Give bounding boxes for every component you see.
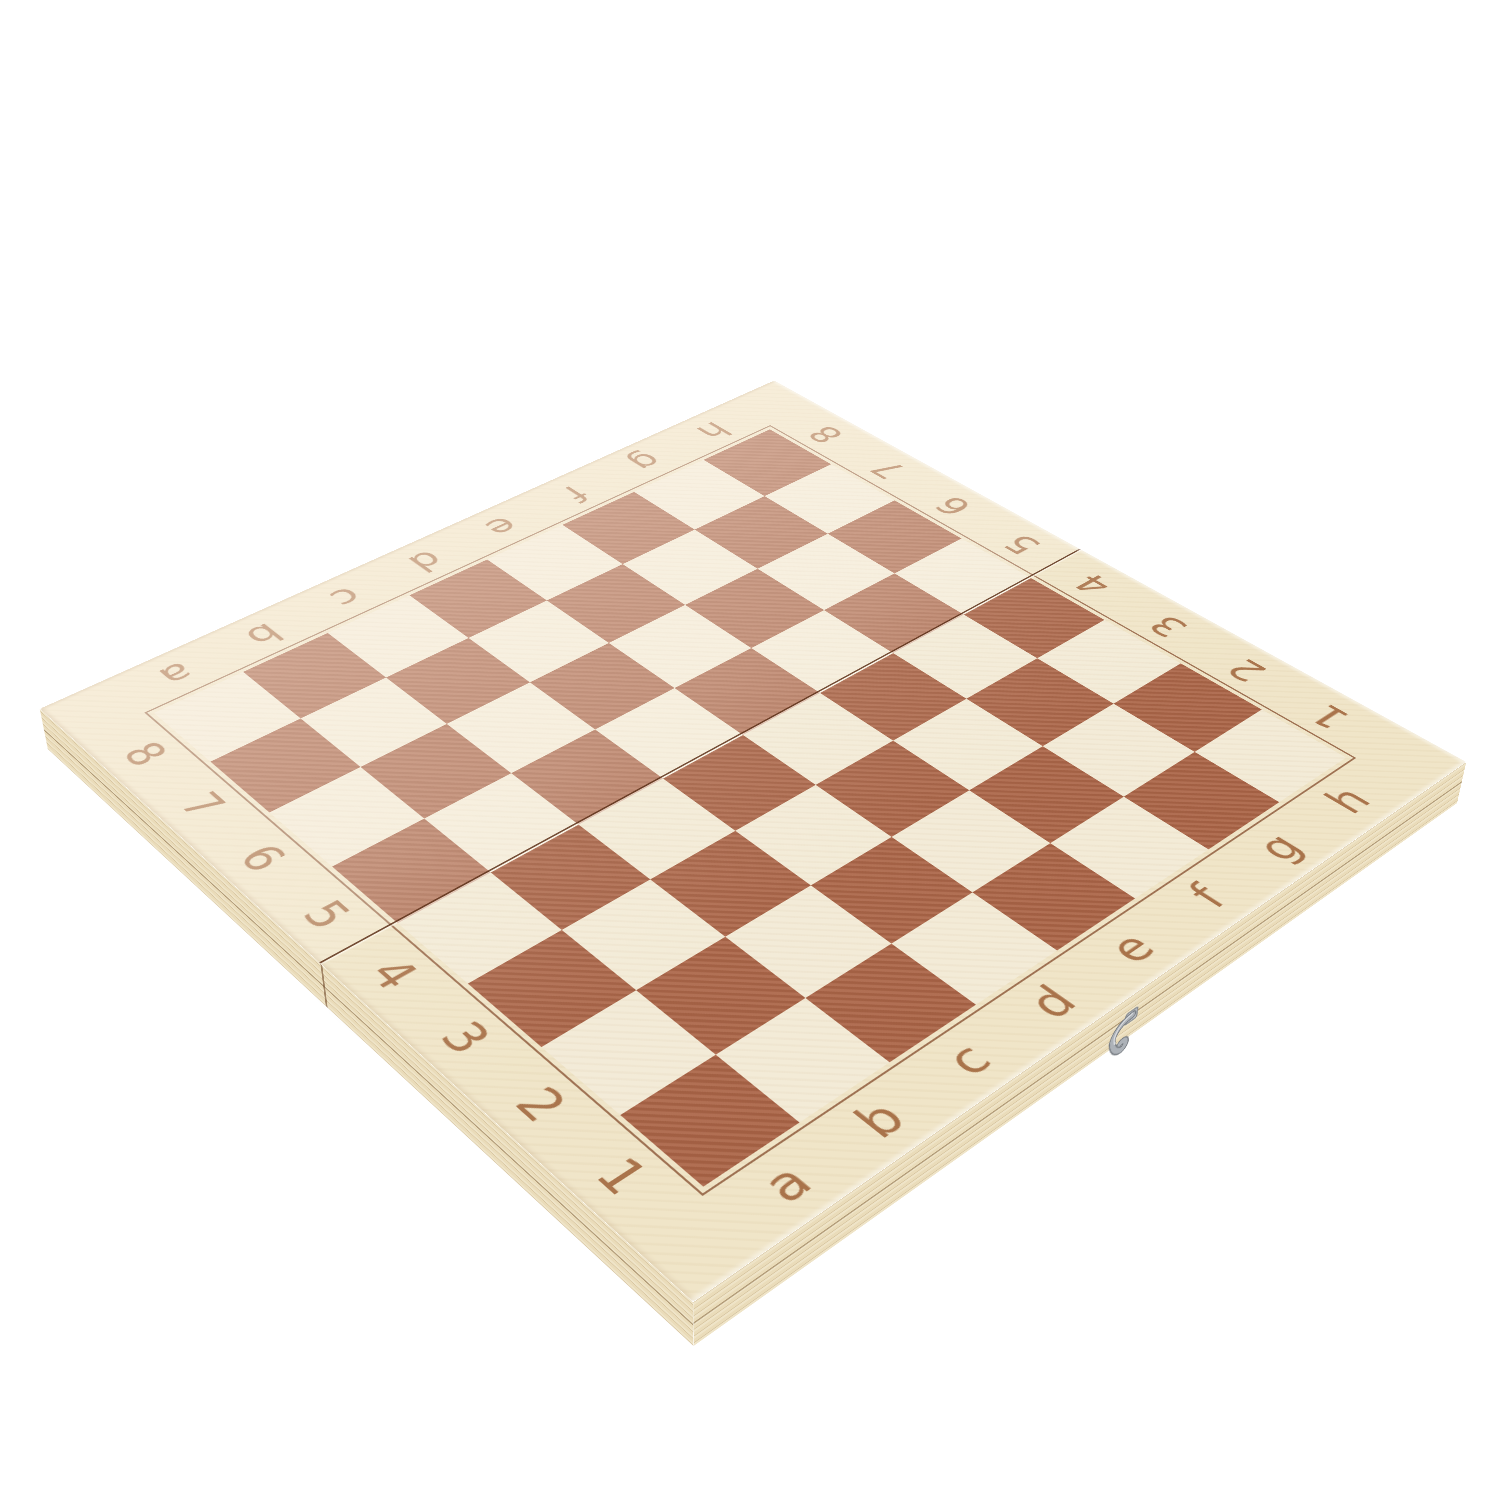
square-d3[interactable] [735,785,892,886]
square-a2[interactable] [541,990,714,1114]
square-a5[interactable] [332,819,491,924]
square-c4[interactable] [579,779,735,879]
square-e3[interactable] [815,741,969,837]
square-d1[interactable] [891,892,1057,1005]
product-photo-stage: abcdefgh abcdefgh 87654321 87654321 [0,0,1500,1500]
board-top: abcdefgh abcdefgh 87654321 87654321 [40,380,1467,1302]
square-a6[interactable] [269,767,423,866]
file-labels-near: abcdefgh [703,758,1416,1247]
square-b3[interactable] [561,879,725,990]
chessboard: abcdefgh abcdefgh 87654321 87654321 [40,380,1467,1302]
square-g1[interactable] [1123,752,1278,850]
square-d2[interactable] [810,837,972,944]
square-b1[interactable] [715,998,890,1123]
square-b5[interactable] [424,773,579,873]
square-e1[interactable] [972,843,1135,950]
square-c1[interactable] [805,944,975,1063]
square-a4[interactable] [398,873,561,984]
rank-labels-left: 87654321 [81,713,703,1240]
square-c2[interactable] [725,886,890,998]
square-b6[interactable] [360,724,511,819]
square-f2[interactable] [969,746,1124,843]
fold-seam-side [320,964,327,1008]
square-a3[interactable] [468,930,636,1047]
square-c3[interactable] [650,831,811,937]
square-e2[interactable] [892,791,1050,893]
square-a1[interactable] [620,1055,799,1187]
square-c5[interactable] [511,729,663,824]
square-b2[interactable] [636,937,805,1055]
square-f1[interactable] [1050,796,1209,898]
square-b4[interactable] [490,825,650,930]
square-d4[interactable] [663,735,816,831]
